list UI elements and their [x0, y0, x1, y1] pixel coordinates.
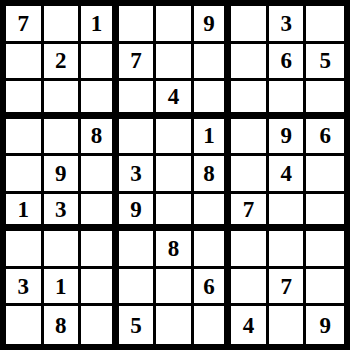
cell-r9c5[interactable] — [156, 306, 194, 344]
cell-r2c3[interactable] — [81, 44, 119, 82]
cell-r4c5[interactable] — [156, 119, 194, 157]
cell-r6c5[interactable] — [156, 194, 194, 232]
cell-r2c8[interactable]: 6 — [269, 44, 307, 82]
cell-r8c1[interactable]: 3 — [6, 269, 44, 307]
given-digit: 7 — [243, 198, 255, 221]
cell-r4c6[interactable]: 1 — [194, 119, 232, 157]
cell-r7c2[interactable] — [44, 231, 82, 269]
given-digit: 7 — [130, 49, 142, 72]
cell-r8c4[interactable] — [119, 269, 157, 307]
cell-r6c3[interactable] — [81, 194, 119, 232]
cell-r5c9[interactable] — [306, 156, 344, 194]
cell-r7c4[interactable] — [119, 231, 157, 269]
cell-r2c7[interactable] — [231, 44, 269, 82]
cell-r2c1[interactable] — [6, 44, 44, 82]
sudoku-grid: 719327654819693841397831678549 — [0, 0, 350, 350]
cell-r7c8[interactable] — [269, 231, 307, 269]
cell-r2c2[interactable]: 2 — [44, 44, 82, 82]
cell-r3c1[interactable] — [6, 81, 44, 119]
cell-r4c9[interactable]: 6 — [306, 119, 344, 157]
cell-r5c7[interactable] — [231, 156, 269, 194]
given-digit: 1 — [18, 198, 30, 221]
cell-r6c8[interactable] — [269, 194, 307, 232]
cell-r7c7[interactable] — [231, 231, 269, 269]
cell-r2c9[interactable]: 5 — [306, 44, 344, 82]
cell-r4c3[interactable]: 8 — [81, 119, 119, 157]
given-digit: 9 — [203, 12, 215, 35]
given-digit: 3 — [130, 162, 142, 185]
cell-r3c5[interactable]: 4 — [156, 81, 194, 119]
sudoku-puzzle: 719327654819693841397831678549 — [0, 0, 350, 350]
cell-r1c9[interactable] — [306, 6, 344, 44]
given-digit: 5 — [130, 314, 142, 337]
given-digit: 6 — [280, 49, 292, 72]
cell-r8c3[interactable] — [81, 269, 119, 307]
cell-r8c7[interactable] — [231, 269, 269, 307]
cell-r2c5[interactable] — [156, 44, 194, 82]
cell-r3c7[interactable] — [231, 81, 269, 119]
cell-r8c9[interactable] — [306, 269, 344, 307]
cell-r5c4[interactable]: 3 — [119, 156, 157, 194]
given-digit: 9 — [130, 198, 142, 221]
given-digit: 6 — [203, 275, 215, 298]
cell-r1c7[interactable] — [231, 6, 269, 44]
cell-r9c8[interactable] — [269, 306, 307, 344]
cell-r9c4[interactable]: 5 — [119, 306, 157, 344]
given-digit: 8 — [91, 124, 103, 147]
cell-r5c2[interactable]: 9 — [44, 156, 82, 194]
cell-r9c6[interactable] — [194, 306, 232, 344]
given-digit: 9 — [55, 162, 67, 185]
cell-r7c5[interactable]: 8 — [156, 231, 194, 269]
given-digit: 8 — [168, 237, 180, 260]
cell-r4c2[interactable] — [44, 119, 82, 157]
given-digit: 6 — [319, 124, 331, 147]
given-digit: 4 — [280, 162, 292, 185]
cell-r1c4[interactable] — [119, 6, 157, 44]
cell-r1c5[interactable] — [156, 6, 194, 44]
cell-r3c2[interactable] — [44, 81, 82, 119]
cell-r9c3[interactable] — [81, 306, 119, 344]
given-digit: 3 — [18, 275, 30, 298]
given-digit: 9 — [319, 314, 331, 337]
given-digit: 5 — [319, 49, 331, 72]
cell-r1c6[interactable]: 9 — [194, 6, 232, 44]
cell-r6c4[interactable]: 9 — [119, 194, 157, 232]
cell-r6c2[interactable]: 3 — [44, 194, 82, 232]
given-digit: 4 — [243, 314, 255, 337]
cell-r9c9[interactable]: 9 — [306, 306, 344, 344]
cell-r3c4[interactable] — [119, 81, 157, 119]
cell-r1c8[interactable]: 3 — [269, 6, 307, 44]
given-digit: 1 — [203, 124, 215, 147]
cell-r8c5[interactable] — [156, 269, 194, 307]
cell-r8c8[interactable]: 7 — [269, 269, 307, 307]
given-digit: 1 — [55, 275, 67, 298]
cell-r1c2[interactable] — [44, 6, 82, 44]
cell-r5c5[interactable] — [156, 156, 194, 194]
cell-r4c1[interactable] — [6, 119, 44, 157]
cell-r4c4[interactable] — [119, 119, 157, 157]
cell-r5c8[interactable]: 4 — [269, 156, 307, 194]
given-digit: 1 — [91, 12, 103, 35]
given-digit: 3 — [280, 12, 292, 35]
cell-r6c7[interactable]: 7 — [231, 194, 269, 232]
cell-r9c2[interactable]: 8 — [44, 306, 82, 344]
cell-r3c8[interactable] — [269, 81, 307, 119]
cell-r7c1[interactable] — [6, 231, 44, 269]
cell-r8c6[interactable]: 6 — [194, 269, 232, 307]
cell-r7c9[interactable] — [306, 231, 344, 269]
cell-r5c1[interactable] — [6, 156, 44, 194]
given-digit: 7 — [18, 12, 30, 35]
given-digit: 4 — [168, 85, 180, 108]
cell-r9c7[interactable]: 4 — [231, 306, 269, 344]
cell-r8c2[interactable]: 1 — [44, 269, 82, 307]
cell-r3c3[interactable] — [81, 81, 119, 119]
cell-r2c6[interactable] — [194, 44, 232, 82]
given-digit: 3 — [55, 198, 67, 221]
cell-r7c3[interactable] — [81, 231, 119, 269]
given-digit: 8 — [203, 162, 215, 185]
given-digit: 9 — [280, 124, 292, 147]
given-digit: 8 — [55, 314, 67, 337]
given-digit: 2 — [55, 49, 67, 72]
given-digit: 7 — [280, 275, 292, 298]
cell-r2c4[interactable]: 7 — [119, 44, 157, 82]
cell-r9c1[interactable] — [6, 306, 44, 344]
cell-r4c8[interactable]: 9 — [269, 119, 307, 157]
cell-r4c7[interactable] — [231, 119, 269, 157]
cell-r1c3[interactable]: 1 — [81, 6, 119, 44]
cell-r3c6[interactable] — [194, 81, 232, 119]
cell-r6c6[interactable] — [194, 194, 232, 232]
cell-r5c6[interactable]: 8 — [194, 156, 232, 194]
cell-r1c1[interactable]: 7 — [6, 6, 44, 44]
cell-r5c3[interactable] — [81, 156, 119, 194]
cell-r6c1[interactable]: 1 — [6, 194, 44, 232]
cell-r3c9[interactable] — [306, 81, 344, 119]
cell-r7c6[interactable] — [194, 231, 232, 269]
cell-r6c9[interactable] — [306, 194, 344, 232]
